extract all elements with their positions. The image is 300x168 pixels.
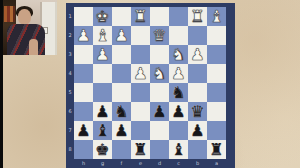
white-pawn-piece[interactable]: ♟ [169, 64, 188, 83]
square-h8[interactable] [74, 140, 93, 159]
square-d1[interactable] [150, 7, 169, 26]
square-e6[interactable] [131, 102, 150, 121]
white-bishop-piece[interactable]: ♝ [93, 26, 112, 45]
square-a7[interactable] [207, 121, 226, 140]
rank-label-8: 8 [66, 140, 74, 159]
square-e2[interactable] [131, 26, 150, 45]
black-pawn-piece[interactable]: ♟ [188, 121, 207, 140]
square-b6[interactable]: ♛ [188, 102, 207, 121]
chess-board: 12345678 ♚♜♜♝♟♝♟♛♟♞♟♟♞♟♞♟♞♟♟♛♟♝♟♟♚♜♝♜ hg… [66, 3, 235, 168]
white-rook-piece[interactable]: ♜ [131, 7, 150, 26]
file-label-g: g [93, 159, 112, 168]
square-c5[interactable]: ♞ [169, 83, 188, 102]
white-king-piece[interactable]: ♚ [93, 7, 112, 26]
square-b3[interactable]: ♟ [188, 45, 207, 64]
file-label-c: c [169, 159, 188, 168]
square-g6[interactable]: ♟ [93, 102, 112, 121]
black-pawn-piece[interactable]: ♟ [93, 102, 112, 121]
black-rook-piece[interactable]: ♜ [207, 140, 226, 159]
file-label-e: e [131, 159, 150, 168]
square-c1[interactable] [169, 7, 188, 26]
square-d8[interactable] [150, 140, 169, 159]
black-bishop-piece[interactable]: ♝ [93, 121, 112, 140]
square-a3[interactable] [207, 45, 226, 64]
file-label-h: h [74, 159, 93, 168]
square-g8[interactable]: ♚ [93, 140, 112, 159]
webcam-shelf-items [4, 6, 15, 22]
white-pawn-piece[interactable]: ♟ [131, 64, 150, 83]
square-g7[interactable]: ♝ [93, 121, 112, 140]
square-h4[interactable] [74, 64, 93, 83]
rank-label-1: 1 [66, 7, 74, 26]
white-queen-piece[interactable]: ♛ [150, 26, 169, 45]
white-bishop-piece[interactable]: ♝ [207, 7, 226, 26]
square-e4[interactable]: ♟ [131, 64, 150, 83]
square-b8[interactable] [188, 140, 207, 159]
square-h7[interactable]: ♟ [74, 121, 93, 140]
square-c4[interactable]: ♟ [169, 64, 188, 83]
black-rook-piece[interactable]: ♜ [131, 140, 150, 159]
file-label-d: d [150, 159, 169, 168]
black-bishop-piece[interactable]: ♝ [169, 140, 188, 159]
square-f2[interactable]: ♟ [112, 26, 131, 45]
square-b7[interactable]: ♟ [188, 121, 207, 140]
rank-label-2: 2 [66, 26, 74, 45]
square-c7[interactable] [169, 121, 188, 140]
black-knight-piece[interactable]: ♞ [112, 102, 131, 121]
square-a2[interactable] [207, 26, 226, 45]
white-rook-piece[interactable]: ♜ [188, 7, 207, 26]
square-g4[interactable] [93, 64, 112, 83]
square-e8[interactable]: ♜ [131, 140, 150, 159]
square-h1[interactable] [74, 7, 93, 26]
square-h5[interactable] [74, 83, 93, 102]
square-b5[interactable] [188, 83, 207, 102]
video-frame: 12345678 ♚♜♜♝♟♝♟♛♟♞♟♟♞♟♞♟♞♟♟♛♟♝♟♟♚♜♝♜ hg… [0, 0, 300, 168]
black-knight-piece[interactable]: ♞ [169, 83, 188, 102]
square-d5[interactable] [150, 83, 169, 102]
rank-label-7: 7 [66, 121, 74, 140]
square-d4[interactable]: ♞ [150, 64, 169, 83]
square-g1[interactable]: ♚ [93, 7, 112, 26]
square-f1[interactable] [112, 7, 131, 26]
webcam-feed [3, 0, 57, 55]
square-f5[interactable] [112, 83, 131, 102]
square-h6[interactable] [74, 102, 93, 121]
black-pawn-piece[interactable]: ♟ [112, 121, 131, 140]
square-f8[interactable] [112, 140, 131, 159]
white-knight-piece[interactable]: ♞ [169, 45, 188, 64]
file-label-a: a [207, 159, 226, 168]
square-h3[interactable] [74, 45, 93, 64]
square-c3[interactable]: ♞ [169, 45, 188, 64]
square-b1[interactable]: ♜ [188, 7, 207, 26]
square-d3[interactable] [150, 45, 169, 64]
square-c2[interactable] [169, 26, 188, 45]
square-b4[interactable] [188, 64, 207, 83]
file-label-f: f [112, 159, 131, 168]
webcam-person-face [18, 9, 31, 25]
square-g2[interactable]: ♝ [93, 26, 112, 45]
square-h2[interactable]: ♟ [74, 26, 93, 45]
square-g3[interactable]: ♟ [93, 45, 112, 64]
square-d7[interactable] [150, 121, 169, 140]
rank-label-5: 5 [66, 83, 74, 102]
square-e5[interactable] [131, 83, 150, 102]
white-pawn-piece[interactable]: ♟ [188, 45, 207, 64]
square-f4[interactable] [112, 64, 131, 83]
square-f7[interactable]: ♟ [112, 121, 131, 140]
square-b2[interactable] [188, 26, 207, 45]
square-a6[interactable] [207, 102, 226, 121]
square-f3[interactable] [112, 45, 131, 64]
square-d6[interactable]: ♟ [150, 102, 169, 121]
square-c8[interactable]: ♝ [169, 140, 188, 159]
rank-label-4: 4 [66, 64, 74, 83]
file-labels: hgfedcba [74, 159, 226, 168]
file-label-b: b [188, 159, 207, 168]
square-a5[interactable] [207, 83, 226, 102]
webcam-person-hand [29, 39, 38, 55]
white-pawn-piece[interactable]: ♟ [112, 26, 131, 45]
white-pawn-piece[interactable]: ♟ [93, 45, 112, 64]
square-a8[interactable]: ♜ [207, 140, 226, 159]
rank-label-6: 6 [66, 102, 74, 121]
square-e7[interactable] [131, 121, 150, 140]
white-pawn-piece[interactable]: ♟ [74, 26, 93, 45]
black-queen-piece[interactable]: ♛ [188, 102, 207, 121]
rank-labels: 12345678 [66, 7, 74, 159]
square-g5[interactable] [93, 83, 112, 102]
black-king-piece[interactable]: ♚ [93, 140, 112, 159]
square-d2[interactable]: ♛ [150, 26, 169, 45]
white-knight-piece[interactable]: ♞ [150, 64, 169, 83]
square-a1[interactable]: ♝ [207, 7, 226, 26]
square-a4[interactable] [207, 64, 226, 83]
webcam-person-body [7, 24, 45, 55]
square-e3[interactable] [131, 45, 150, 64]
black-pawn-piece[interactable]: ♟ [74, 121, 93, 140]
square-e1[interactable]: ♜ [131, 7, 150, 26]
black-pawn-piece[interactable]: ♟ [169, 102, 188, 121]
rank-label-3: 3 [66, 45, 74, 64]
square-f6[interactable]: ♞ [112, 102, 131, 121]
board-grid: ♚♜♜♝♟♝♟♛♟♞♟♟♞♟♞♟♞♟♟♛♟♝♟♟♚♜♝♜ [74, 7, 226, 159]
square-c6[interactable]: ♟ [169, 102, 188, 121]
black-pawn-piece[interactable]: ♟ [150, 102, 169, 121]
